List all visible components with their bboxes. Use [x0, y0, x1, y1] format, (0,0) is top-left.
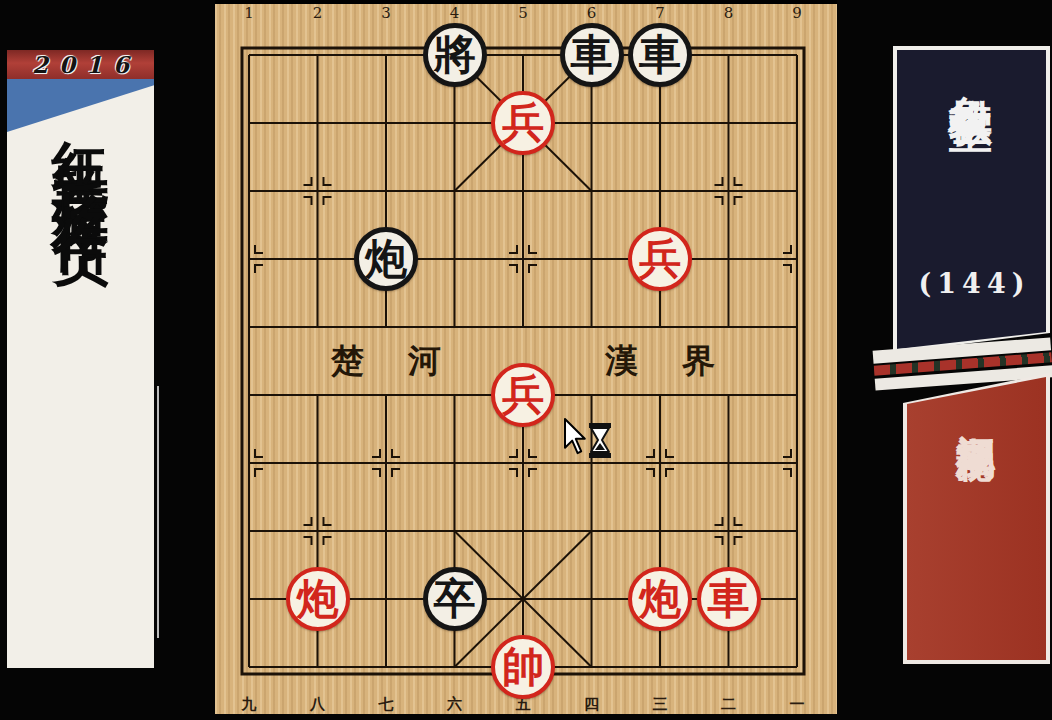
xiangqi-board[interactable]: 楚河 漢界 123456789九八七六五四三二一將車車兵炮兵兵炮卒炮車帥: [215, 0, 837, 714]
river-text-right: 漢界: [605, 344, 715, 378]
file-label-top: 2: [307, 5, 329, 21]
piece-black-general[interactable]: 將: [423, 23, 487, 87]
piece-red-cannon[interactable]: 炮: [286, 567, 350, 631]
mouse-cursor-busy-icon: [562, 417, 618, 465]
series-title: 江湖残局揭秘: [950, 404, 1004, 416]
file-label-top: 4: [444, 5, 466, 21]
piece-red-soldier[interactable]: 兵: [491, 363, 555, 427]
river-char: 河: [408, 344, 441, 378]
channel-title: 象棋教室: [942, 60, 1001, 76]
file-label-top: 6: [581, 5, 603, 21]
vertical-line-decoration: [157, 386, 159, 638]
piece-black-chariot[interactable]: 車: [560, 23, 624, 87]
file-label-top: 7: [649, 5, 671, 21]
piece-black-chariot[interactable]: 車: [628, 23, 692, 87]
file-label-top: 1: [238, 5, 260, 21]
episode-number: (144): [897, 268, 1049, 299]
year-text: 2016: [21, 51, 140, 78]
piece-red-cannon[interactable]: 炮: [628, 567, 692, 631]
file-label-top: 5: [512, 5, 534, 21]
river-char: 漢: [605, 344, 638, 378]
left-banner: 2016 红先黑后长将作负: [7, 50, 154, 668]
file-label-top: 9: [786, 5, 808, 21]
file-label-bottom: 二: [718, 696, 740, 712]
file-label-bottom: 九: [238, 696, 260, 712]
file-label-top: 8: [718, 5, 740, 21]
file-label-bottom: 四: [581, 696, 603, 712]
river-char: 楚: [331, 344, 364, 378]
file-label-bottom: 一: [786, 696, 808, 712]
file-label-bottom: 八: [307, 696, 329, 712]
channel-title-panel: 象棋教室 (144): [893, 46, 1050, 353]
river-char: 界: [682, 344, 715, 378]
video-frame: 楚河 漢界 123456789九八七六五四三二一將車車兵炮兵兵炮卒炮車帥 201…: [0, 0, 1052, 720]
river-text-left: 楚河: [331, 344, 441, 378]
piece-black-soldier[interactable]: 卒: [423, 567, 487, 631]
file-label-bottom: 七: [375, 696, 397, 712]
piece-red-soldier[interactable]: 兵: [628, 227, 692, 291]
file-label-bottom: 六: [444, 696, 466, 712]
channel-title-panel-inner: 象棋教室 (144): [897, 50, 1046, 349]
piece-red-soldier[interactable]: 兵: [491, 91, 555, 155]
piece-black-cannon[interactable]: 炮: [354, 227, 418, 291]
file-label-top: 3: [375, 5, 397, 21]
series-title-panel-inner: 江湖残局揭秘: [907, 377, 1046, 660]
piece-red-chariot[interactable]: 車: [697, 567, 761, 631]
piece-red-general[interactable]: 帥: [491, 635, 555, 699]
left-banner-slogan: 红先黑后长将作负: [42, 94, 119, 198]
series-title-panel: 江湖残局揭秘: [903, 373, 1050, 664]
file-label-bottom: 三: [649, 696, 671, 712]
year-band: 2016: [7, 50, 154, 79]
